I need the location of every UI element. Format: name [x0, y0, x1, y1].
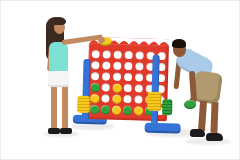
cell-r2c2	[101, 60, 111, 70]
cell-r6c3: ●	[111, 105, 121, 115]
hole	[135, 84, 143, 92]
cell-r1c3	[113, 50, 123, 60]
girl-hand	[98, 37, 105, 43]
cell-r4c3: ●	[112, 83, 122, 93]
left-yellow-disc-stack	[77, 96, 90, 113]
cell-r2c4	[123, 61, 133, 71]
girl-leg-left	[51, 86, 57, 129]
cell-r3c4	[123, 72, 133, 82]
boy-leg-left	[198, 101, 207, 131]
girl-sandal-right	[60, 128, 72, 134]
hole	[135, 73, 143, 81]
hole	[125, 51, 133, 59]
cell-r1c1	[91, 49, 101, 59]
cell-r1c2	[102, 49, 112, 59]
green-disc: ●	[90, 83, 99, 92]
hole	[134, 95, 142, 103]
hole	[136, 51, 144, 59]
cell-r5c2	[100, 93, 110, 103]
cell-r5c4	[122, 94, 132, 104]
hole	[135, 62, 143, 70]
hole	[103, 50, 111, 58]
cell-r3c3	[112, 72, 122, 82]
cell-r1c5	[135, 50, 145, 60]
hole	[102, 72, 110, 80]
hole	[102, 83, 110, 91]
yellow-disc: ●	[112, 83, 121, 92]
cell-r3c2	[101, 71, 111, 81]
hole	[124, 73, 132, 81]
green-disc: ●	[90, 105, 99, 114]
cell-r2c5	[134, 61, 144, 71]
held-green-disc	[184, 100, 196, 109]
connect-four-unit: ●●●●●●●●●●●	[72, 35, 183, 140]
cell-r4c5	[134, 83, 144, 93]
hole	[102, 61, 110, 69]
hole	[101, 94, 109, 102]
boy-shoe-left	[190, 129, 205, 137]
cell-r4c1: ●	[90, 82, 100, 92]
yellow-disc: ●	[90, 94, 99, 103]
hole	[113, 62, 121, 70]
yellow-disc: ●	[112, 94, 121, 103]
girl-leg-right	[62, 86, 68, 129]
hole	[113, 73, 121, 81]
cell-r1c4	[124, 50, 134, 60]
yellow-disc: ●	[112, 105, 121, 114]
cell-r6c5: ●	[133, 105, 143, 115]
hole	[124, 62, 132, 70]
cell-r3c5	[134, 72, 144, 82]
cell-r6c4: ●	[122, 105, 132, 115]
right-yellow-disc-stack	[147, 92, 162, 111]
boy-shoe-right	[206, 133, 223, 141]
cell-r3c1	[90, 71, 100, 81]
cell-r6c2: ●	[100, 104, 110, 114]
cell-r6c1: ●	[89, 104, 99, 114]
hole	[92, 50, 100, 58]
cell-r2c1	[90, 60, 100, 70]
cell-r2c3	[112, 61, 122, 71]
cell-r5c3: ●	[111, 94, 121, 104]
girl-tank-top	[49, 42, 68, 73]
cell-r5c1: ●	[89, 93, 99, 103]
hole	[123, 95, 131, 103]
girl-sandal-left	[48, 128, 60, 134]
boy-hair	[172, 39, 186, 48]
hole	[114, 51, 122, 59]
green-disc: ●	[101, 105, 110, 114]
right-foot	[145, 123, 181, 134]
yellow-disc: ●	[134, 106, 143, 115]
cell-r5c5	[133, 94, 143, 104]
hole	[91, 72, 99, 80]
photo-scene-giant-connect-four: ●●●●●●●●●●●	[0, 0, 240, 160]
hole	[124, 84, 132, 92]
boy-leg-right	[210, 102, 218, 133]
cell-r4c4	[123, 83, 133, 93]
cell-r4c2	[101, 82, 111, 92]
girl-shorts	[48, 71, 69, 87]
right-green-disc-stack	[162, 99, 172, 115]
girl-hair-top	[52, 17, 66, 25]
green-disc: ●	[123, 105, 132, 114]
hole	[91, 61, 99, 69]
